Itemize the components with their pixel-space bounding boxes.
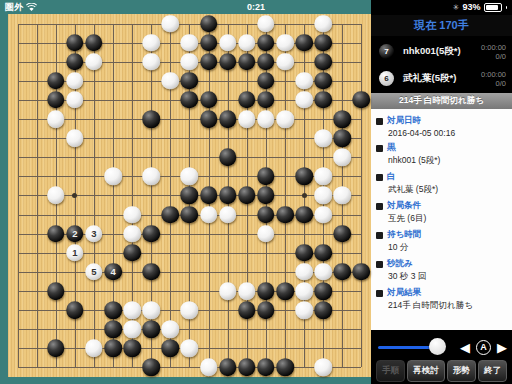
board-point[interactable] [275,262,294,281]
board-point[interactable] [237,281,256,300]
board-point[interactable] [8,129,27,148]
board-point[interactable] [237,301,256,320]
board-point[interactable] [314,339,333,358]
board-point[interactable] [256,339,275,358]
board-point[interactable] [295,320,314,339]
board-point[interactable] [256,262,275,281]
board-point[interactable] [275,243,294,262]
board-point[interactable] [142,320,161,339]
board-point[interactable] [180,52,199,71]
board-point[interactable] [84,33,103,52]
board-point[interactable] [84,148,103,167]
control-button-再検討[interactable]: 再検討 [407,360,445,382]
board-point[interactable] [46,262,65,281]
board-point[interactable] [123,358,142,377]
board-point[interactable] [218,205,237,224]
board-point[interactable] [123,71,142,90]
board-point[interactable] [104,33,123,52]
board-point[interactable] [104,90,123,109]
board-point[interactable] [180,320,199,339]
board-point[interactable] [46,339,65,358]
board-point[interactable] [46,167,65,186]
board-point[interactable] [352,301,371,320]
board-point[interactable] [84,110,103,129]
board-point[interactable] [237,52,256,71]
board-point[interactable] [142,243,161,262]
board-point[interactable] [314,129,333,148]
board-point[interactable] [65,339,84,358]
board-point[interactable] [180,167,199,186]
board-point[interactable] [199,301,218,320]
board-point[interactable] [104,148,123,167]
board-point[interactable] [123,262,142,281]
board-point[interactable] [161,14,180,33]
board-point[interactable] [142,90,161,109]
board-point[interactable] [256,205,275,224]
board-point[interactable] [256,110,275,129]
board-point[interactable] [27,14,46,33]
board-point[interactable] [65,301,84,320]
board-point[interactable] [314,281,333,300]
board-point[interactable] [161,205,180,224]
board-point[interactable] [142,33,161,52]
board-point[interactable] [27,167,46,186]
board-point[interactable] [295,224,314,243]
board-point[interactable] [84,167,103,186]
board-point[interactable] [104,129,123,148]
board-point[interactable] [123,243,142,262]
board-point[interactable] [65,71,84,90]
board-point[interactable] [256,224,275,243]
board-point[interactable] [104,301,123,320]
board-point[interactable] [123,205,142,224]
board-point[interactable] [333,281,352,300]
board-point[interactable] [333,14,352,33]
board-point[interactable] [46,320,65,339]
board-point[interactable] [8,71,27,90]
board-point[interactable] [46,243,65,262]
board-point[interactable] [104,224,123,243]
board-point[interactable] [218,186,237,205]
board-point[interactable] [295,243,314,262]
board-point[interactable] [333,33,352,52]
board-point[interactable] [142,110,161,129]
board-point[interactable] [123,52,142,71]
board-point[interactable] [275,14,294,33]
board-point[interactable] [256,301,275,320]
board-point[interactable] [161,243,180,262]
board-point[interactable] [199,262,218,281]
board-point[interactable] [199,339,218,358]
auto-play-button[interactable]: A [476,340,491,355]
board-point[interactable] [218,262,237,281]
board-point[interactable] [46,358,65,377]
board-point[interactable] [352,281,371,300]
board-point[interactable] [65,52,84,71]
board-point[interactable] [8,110,27,129]
board-point[interactable] [295,358,314,377]
board-point[interactable] [237,243,256,262]
board-point[interactable] [295,205,314,224]
board-point[interactable] [237,33,256,52]
board-point[interactable] [333,71,352,90]
board-point[interactable] [218,71,237,90]
board-point[interactable] [180,129,199,148]
board-point[interactable] [256,186,275,205]
board-point[interactable] [27,186,46,205]
board-point[interactable] [161,281,180,300]
board-point[interactable] [123,33,142,52]
board-point[interactable] [142,262,161,281]
board-point[interactable] [275,320,294,339]
board-point[interactable] [199,33,218,52]
board-point[interactable] [295,129,314,148]
board-point[interactable] [256,281,275,300]
board-point[interactable] [161,358,180,377]
board-point[interactable] [65,14,84,33]
board-point[interactable] [218,320,237,339]
board-point[interactable]: 1 [65,243,84,262]
board-point[interactable] [123,281,142,300]
board-point[interactable] [352,52,371,71]
board-point[interactable] [104,243,123,262]
board-point[interactable] [104,52,123,71]
board-point[interactable] [65,186,84,205]
board-point[interactable] [352,90,371,109]
board-point[interactable]: 4 [104,262,123,281]
board-point[interactable] [352,33,371,52]
board-point[interactable] [333,320,352,339]
board-point[interactable] [333,262,352,281]
board-point[interactable] [199,129,218,148]
board-point[interactable] [275,224,294,243]
board-point[interactable] [161,148,180,167]
board-point[interactable] [237,71,256,90]
board-point[interactable] [275,358,294,377]
board-point[interactable] [46,224,65,243]
board-point[interactable] [314,224,333,243]
board-point[interactable] [46,71,65,90]
board-point[interactable] [180,33,199,52]
board-point[interactable] [275,281,294,300]
board-point[interactable] [180,339,199,358]
board-point[interactable] [161,262,180,281]
board-point[interactable] [314,205,333,224]
board-point[interactable] [218,167,237,186]
board-point[interactable] [199,224,218,243]
board-point[interactable] [199,167,218,186]
board-point[interactable] [237,110,256,129]
board-point[interactable] [123,167,142,186]
board-point[interactable] [352,339,371,358]
board-point[interactable] [314,167,333,186]
board-point[interactable] [65,167,84,186]
board-point[interactable] [314,301,333,320]
board-point[interactable] [237,358,256,377]
board-point[interactable] [27,339,46,358]
board-point[interactable] [333,167,352,186]
board-point[interactable] [27,129,46,148]
board-point[interactable] [352,167,371,186]
board-point[interactable] [237,148,256,167]
board-point[interactable] [352,205,371,224]
board-point[interactable] [218,243,237,262]
board-point[interactable] [237,224,256,243]
board-point[interactable] [275,110,294,129]
board-point[interactable] [8,224,27,243]
board-point[interactable] [314,262,333,281]
board-point[interactable] [295,33,314,52]
board-point[interactable] [314,243,333,262]
board-point[interactable] [84,90,103,109]
board-point[interactable] [161,301,180,320]
board-point[interactable] [180,243,199,262]
board-point[interactable] [237,320,256,339]
board-point[interactable] [333,186,352,205]
board-point[interactable] [27,52,46,71]
board-point[interactable] [27,281,46,300]
board-point[interactable] [84,71,103,90]
board-point[interactable] [104,71,123,90]
board-point[interactable] [142,71,161,90]
board-point[interactable] [275,167,294,186]
board-point[interactable] [84,129,103,148]
board-point[interactable] [275,71,294,90]
board-point[interactable] [161,90,180,109]
board-point[interactable] [275,205,294,224]
board-point[interactable] [180,186,199,205]
board-point[interactable] [180,224,199,243]
board-point[interactable] [295,186,314,205]
board-point[interactable] [295,262,314,281]
board-point[interactable] [352,262,371,281]
board-point[interactable] [84,52,103,71]
prev-move-button[interactable]: ◀ [460,341,470,354]
board-point[interactable] [8,358,27,377]
board-point[interactable] [104,110,123,129]
board-point[interactable] [314,320,333,339]
board-point[interactable] [314,33,333,52]
board-point[interactable] [123,301,142,320]
board-point[interactable] [65,281,84,300]
board-point[interactable] [218,339,237,358]
board-point[interactable] [142,14,161,33]
board-point[interactable] [256,243,275,262]
board-point[interactable] [314,186,333,205]
board-point[interactable] [199,14,218,33]
board-point[interactable] [104,14,123,33]
board-point[interactable] [199,71,218,90]
board-point[interactable] [27,243,46,262]
board-point[interactable] [46,186,65,205]
board-point[interactable] [46,33,65,52]
board-point[interactable] [65,129,84,148]
board-point[interactable] [199,320,218,339]
board-point[interactable] [46,129,65,148]
board-point[interactable] [314,14,333,33]
board-point[interactable] [65,90,84,109]
board-point[interactable] [142,339,161,358]
board-point[interactable] [218,129,237,148]
board-point[interactable] [123,129,142,148]
board-point[interactable] [333,358,352,377]
board-point[interactable] [104,358,123,377]
board-point[interactable] [314,358,333,377]
board-point[interactable] [27,320,46,339]
board-point[interactable] [142,205,161,224]
board-point[interactable] [352,320,371,339]
board-point[interactable] [237,167,256,186]
board-point[interactable] [27,224,46,243]
board-point[interactable] [295,281,314,300]
board-point[interactable] [123,339,142,358]
board-point[interactable] [27,301,46,320]
board-point[interactable] [180,90,199,109]
board-point[interactable] [123,320,142,339]
board-point[interactable] [46,52,65,71]
board-point[interactable] [295,301,314,320]
board-point[interactable] [8,301,27,320]
board-point[interactable] [123,14,142,33]
board-point[interactable] [46,205,65,224]
board-point[interactable] [8,14,27,33]
board-point[interactable]: 2 [65,224,84,243]
board-point[interactable] [8,33,27,52]
board-point[interactable] [8,262,27,281]
board-point[interactable] [142,52,161,71]
board-point[interactable] [180,358,199,377]
board-point[interactable] [27,358,46,377]
board-point[interactable] [333,90,352,109]
board-point[interactable] [8,52,27,71]
board-point[interactable] [46,281,65,300]
board-point[interactable] [123,110,142,129]
board-point[interactable] [314,110,333,129]
board-point[interactable] [180,205,199,224]
board-point[interactable] [46,148,65,167]
board-point[interactable] [161,320,180,339]
board-point[interactable] [65,33,84,52]
board-point[interactable] [142,167,161,186]
board-point[interactable] [8,205,27,224]
board-point[interactable] [295,167,314,186]
board-point[interactable] [65,205,84,224]
board-point[interactable] [218,281,237,300]
board-point[interactable] [27,33,46,52]
board-point[interactable] [161,52,180,71]
board-point[interactable] [142,186,161,205]
board-point[interactable] [84,358,103,377]
board-point[interactable] [46,14,65,33]
board-point[interactable] [295,71,314,90]
board-point[interactable] [314,71,333,90]
board-point[interactable] [352,148,371,167]
board-point[interactable] [142,358,161,377]
board-point[interactable] [218,33,237,52]
board-point[interactable] [275,339,294,358]
board-point[interactable] [84,14,103,33]
board-point[interactable] [65,110,84,129]
board-point[interactable] [295,339,314,358]
board-point[interactable] [8,281,27,300]
board-point[interactable] [123,224,142,243]
board-point[interactable] [123,186,142,205]
board-point[interactable] [161,339,180,358]
board-point[interactable] [161,224,180,243]
board-point[interactable] [237,90,256,109]
board-point[interactable] [142,301,161,320]
board-point[interactable] [180,281,199,300]
board-point[interactable] [8,186,27,205]
board-point[interactable] [218,301,237,320]
board-point[interactable] [27,205,46,224]
board-point[interactable] [104,339,123,358]
board-point[interactable] [333,110,352,129]
board-point[interactable] [84,243,103,262]
board-point[interactable] [256,358,275,377]
board-point[interactable] [314,52,333,71]
board-point[interactable] [352,129,371,148]
board-point[interactable] [295,90,314,109]
board-point[interactable]: 5 [84,262,103,281]
move-slider-knob[interactable] [429,338,446,355]
board-point[interactable] [180,110,199,129]
board-point[interactable] [46,301,65,320]
board-point[interactable] [218,148,237,167]
board-point[interactable] [295,148,314,167]
board-point[interactable] [352,14,371,33]
board-point[interactable] [333,148,352,167]
board-point[interactable] [104,205,123,224]
board-point[interactable] [84,339,103,358]
board-point[interactable] [180,301,199,320]
board-point[interactable] [352,358,371,377]
board-point[interactable] [104,186,123,205]
board-point[interactable] [161,167,180,186]
board-point[interactable] [237,262,256,281]
board-point[interactable] [161,110,180,129]
board-point[interactable] [256,14,275,33]
board-point[interactable] [199,52,218,71]
board-point[interactable] [237,339,256,358]
board-point[interactable] [295,110,314,129]
board-point[interactable] [199,148,218,167]
board-point[interactable] [84,320,103,339]
board-point[interactable] [256,33,275,52]
board-point[interactable] [104,167,123,186]
board-point[interactable] [8,167,27,186]
board-point[interactable] [237,205,256,224]
board-point[interactable] [218,110,237,129]
control-button-形勢[interactable]: 形勢 [447,360,476,382]
board-point[interactable] [275,52,294,71]
board-point[interactable] [8,148,27,167]
board-point[interactable] [275,129,294,148]
board-point[interactable] [8,320,27,339]
board-point[interactable] [333,243,352,262]
board-point[interactable] [333,205,352,224]
board-point[interactable] [333,224,352,243]
board-point[interactable] [104,281,123,300]
board-point[interactable] [142,224,161,243]
board-point[interactable] [180,262,199,281]
board-point[interactable] [65,262,84,281]
board-point[interactable] [237,186,256,205]
board-point[interactable] [352,224,371,243]
board-point[interactable] [295,14,314,33]
control-button-終了[interactable]: 終了 [478,360,507,382]
board-point[interactable] [161,33,180,52]
